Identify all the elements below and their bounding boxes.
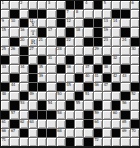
cell-r15c5[interactable] xyxy=(47,138,55,146)
clue-number: 22 xyxy=(66,38,70,42)
black-cell-r7c6 xyxy=(57,65,65,73)
cell-r6c13[interactable] xyxy=(121,56,129,64)
clue-number: 72 xyxy=(94,138,98,142)
black-cell-r7c13 xyxy=(121,65,129,73)
cell-r10c14[interactable]: 52 xyxy=(131,92,139,100)
clue-number: 50 xyxy=(57,92,61,96)
cell-r12c6[interactable]: 58 xyxy=(57,111,65,119)
black-cell-r2c2 xyxy=(20,19,28,27)
clue-number: 69 xyxy=(122,129,126,133)
clue-number: 47 xyxy=(103,83,107,87)
cell-r2c13[interactable] xyxy=(121,19,129,27)
cell-r9c13[interactable] xyxy=(121,83,129,91)
clue-number: 68 xyxy=(57,129,61,133)
black-cell-r10c8 xyxy=(75,92,83,100)
cell-r15c12[interactable] xyxy=(112,138,120,146)
clue-number: 18 xyxy=(76,28,80,32)
black-cell-r13c9 xyxy=(84,120,92,128)
cell-r11c2[interactable]: 53 xyxy=(20,101,28,109)
clue-number: 43 xyxy=(122,74,126,78)
black-cell-r3c7 xyxy=(66,28,74,36)
cell-r6c8[interactable] xyxy=(75,56,83,64)
cell-r6c12[interactable]: 32 xyxy=(112,56,120,64)
cell-r14c13[interactable]: 69 xyxy=(121,129,129,137)
clue-number: 57 xyxy=(11,111,15,115)
cell-r3c12[interactable] xyxy=(112,28,120,36)
black-cell-r1c1 xyxy=(10,10,18,18)
clue-number: 38 xyxy=(103,65,107,69)
cell-r4c5[interactable] xyxy=(47,38,55,46)
cell-r12c12[interactable]: 60 xyxy=(112,111,120,119)
cell-r2c1[interactable]: 10 xyxy=(10,19,18,27)
cell-r1c2[interactable] xyxy=(20,10,28,18)
black-cell-r2c9 xyxy=(84,19,92,27)
black-cell-r1c4 xyxy=(38,10,46,18)
cell-r14c6[interactable]: 68 xyxy=(57,129,65,137)
cell-r12c8[interactable] xyxy=(75,111,83,119)
black-cell-r3c13 xyxy=(121,28,129,36)
cell-r0c13[interactable] xyxy=(121,1,129,9)
cell-r14c3[interactable] xyxy=(29,129,37,137)
cell-r5c10[interactable]: 29 xyxy=(94,47,102,55)
cell-r3c3[interactable]: T xyxy=(29,28,37,36)
cell-r5c13[interactable] xyxy=(121,47,129,55)
cell-r14c7[interactable] xyxy=(66,129,74,137)
cell-r9c7[interactable]: 45 xyxy=(66,83,74,91)
cell-r1c5[interactable] xyxy=(47,10,55,18)
clue-number: 15 xyxy=(2,28,6,32)
clue-number: 40 xyxy=(85,74,89,78)
clue-number: 62 xyxy=(20,120,24,124)
clue-number: 49 xyxy=(29,92,33,96)
cell-r8c9[interactable]: 40 xyxy=(84,74,92,82)
cell-r7c9[interactable]: 37 xyxy=(84,65,92,73)
cell-r1c7[interactable]: 7 xyxy=(66,10,74,18)
cell-r4c8[interactable] xyxy=(75,38,83,46)
clue-number: 51 xyxy=(85,92,89,96)
clue-number: 9 xyxy=(2,19,4,23)
clue-number: 66 xyxy=(2,129,6,133)
clue-number: 13 xyxy=(103,19,107,23)
cell-r7c4[interactable]: 35 xyxy=(38,65,46,73)
cell-r15c4[interactable] xyxy=(38,138,46,146)
cell-r0c14[interactable]: 6 xyxy=(131,1,139,9)
black-cell-r3c4 xyxy=(38,28,46,36)
cell-r2c4[interactable] xyxy=(38,19,46,27)
clue-number: 58 xyxy=(57,111,61,115)
cell-r4c3[interactable]: R xyxy=(29,38,37,46)
cell-r13c11[interactable] xyxy=(103,120,111,128)
black-cell-r0c8 xyxy=(75,1,83,9)
clue-number: 63 xyxy=(29,120,33,124)
clue-number: 17 xyxy=(48,28,52,32)
black-cell-r6c0 xyxy=(1,56,9,64)
cell-r8c7[interactable] xyxy=(66,74,74,82)
cell-r1c11[interactable] xyxy=(103,10,111,18)
cell-r4c12[interactable] xyxy=(112,38,120,46)
clue-number: 71 xyxy=(2,138,6,142)
cell-r14c8[interactable] xyxy=(75,129,83,137)
cell-r8c6[interactable] xyxy=(57,74,65,82)
cell-r15c14[interactable] xyxy=(131,138,139,146)
cell-r7c12[interactable] xyxy=(112,65,120,73)
cell-r11c3[interactable] xyxy=(29,101,37,109)
cell-r0c3[interactable] xyxy=(29,1,37,9)
cell-r11c0[interactable] xyxy=(1,101,9,109)
cell-r2c7[interactable]: 12 xyxy=(66,19,74,27)
clue-number: 10 xyxy=(11,19,15,23)
clue-number: 25 xyxy=(2,47,6,51)
cell-r13c4[interactable] xyxy=(38,120,46,128)
cell-r8c2[interactable] xyxy=(20,74,28,82)
cell-r1c9[interactable] xyxy=(84,10,92,18)
cell-r4c11[interactable]: 23 xyxy=(103,38,111,46)
black-cell-r11c10 xyxy=(94,101,102,109)
cell-r5c14[interactable]: 30 xyxy=(131,47,139,55)
clue-number: 20 xyxy=(20,38,24,42)
clue-number: 42 xyxy=(113,74,117,78)
cell-r9c11[interactable]: 47 xyxy=(103,83,111,91)
cell-r13c12[interactable] xyxy=(112,120,120,128)
black-cell-r12c0 xyxy=(1,111,9,119)
cell-r12c2[interactable] xyxy=(20,111,28,119)
black-cell-r11c7 xyxy=(66,101,74,109)
cell-r10c10[interactable] xyxy=(94,92,102,100)
clue-number: 33 xyxy=(2,65,6,69)
cell-r6c6[interactable] xyxy=(57,56,65,64)
black-cell-r8c8 xyxy=(75,74,83,82)
cell-r4c13[interactable]: 24 xyxy=(121,38,129,46)
cell-r1c14[interactable] xyxy=(131,10,139,18)
black-cell-r11c12 xyxy=(112,101,120,109)
clue-number: 34 xyxy=(20,65,24,69)
cell-r5c3[interactable]: 27 xyxy=(29,47,37,55)
black-cell-r10c2 xyxy=(20,92,28,100)
cell-r7c14[interactable] xyxy=(131,65,139,73)
clue-number: 41 xyxy=(94,74,98,78)
clue-number: 26 xyxy=(11,47,15,51)
black-cell-r6c2 xyxy=(20,56,28,64)
black-cell-r11c4 xyxy=(38,101,46,109)
black-cell-r3c10 xyxy=(94,28,102,36)
cell-r10c3[interactable]: 49 xyxy=(29,92,37,100)
cell-r2c3[interactable]: 11Y xyxy=(29,19,37,27)
cell-r0c9[interactable]: 4 xyxy=(84,1,92,9)
cell-r13c6[interactable] xyxy=(57,120,65,128)
clue-number: 53 xyxy=(20,101,24,105)
cell-r2c14[interactable] xyxy=(131,19,139,27)
cell-r10c1[interactable] xyxy=(10,92,18,100)
entered-letter: Y xyxy=(29,19,37,27)
entered-letter: T xyxy=(29,28,37,36)
black-cell-r12c13 xyxy=(121,111,129,119)
black-cell-r13c7 xyxy=(66,120,74,128)
cell-r13c8[interactable] xyxy=(75,120,83,128)
cell-r3c14[interactable] xyxy=(131,28,139,36)
black-cell-r0c7 xyxy=(66,1,74,9)
clue-number: 44 xyxy=(11,83,15,87)
cell-r9c2[interactable] xyxy=(20,83,28,91)
black-cell-r15c7 xyxy=(66,138,74,146)
black-cell-r4c9 xyxy=(84,38,92,46)
cell-r1c0[interactable] xyxy=(1,10,9,18)
black-cell-r2c10 xyxy=(94,19,102,27)
cell-r15c0[interactable]: 71 xyxy=(1,138,9,146)
cell-r15c10[interactable]: 72 xyxy=(94,138,102,146)
cell-r12c10[interactable]: 59 xyxy=(94,111,102,119)
cell-r5c6[interactable]: 28 xyxy=(57,47,65,55)
cell-r9c10[interactable]: 46 xyxy=(94,83,102,91)
black-cell-r14c2 xyxy=(20,129,28,137)
cell-r3c8[interactable]: 18 xyxy=(75,28,83,36)
clue-number: 4 xyxy=(85,1,87,5)
clue-number: 36 xyxy=(66,65,70,69)
clue-number: 2 xyxy=(20,1,22,5)
clue-number: 30 xyxy=(131,47,135,51)
clue-number: 7 xyxy=(66,10,68,14)
cell-r3c6[interactable] xyxy=(57,28,65,36)
black-cell-r1c6 xyxy=(57,10,65,18)
clue-number: 31 xyxy=(48,56,52,60)
cell-r5c11[interactable] xyxy=(103,47,111,55)
cell-r0c5[interactable]: 3 xyxy=(47,1,55,9)
cell-r14c0[interactable]: 66 xyxy=(1,129,9,137)
cell-r13c13[interactable]: 65 xyxy=(121,120,129,128)
black-cell-r1c13 xyxy=(121,10,129,18)
cell-r10c11[interactable] xyxy=(103,92,111,100)
cell-r4c4[interactable]: 21 xyxy=(38,38,46,46)
black-cell-r8c11 xyxy=(103,74,111,82)
cell-r1c8[interactable]: 8 xyxy=(75,10,83,18)
black-cell-r4c1 xyxy=(10,38,18,46)
cell-r5c5[interactable] xyxy=(47,47,55,55)
cell-r15c1[interactable] xyxy=(10,138,18,146)
cell-r2c0[interactable]: 9 xyxy=(1,19,9,27)
cell-r8c12[interactable]: 42 xyxy=(112,74,120,82)
clue-number: 64 xyxy=(94,120,98,124)
black-cell-r1c12 xyxy=(112,10,120,18)
cell-r9c8[interactable] xyxy=(75,83,83,91)
black-cell-r12c9 xyxy=(84,111,92,119)
black-cell-r1c3 xyxy=(29,10,37,18)
black-cell-r7c3 xyxy=(29,65,37,73)
cell-r7c1[interactable] xyxy=(10,65,18,73)
clue-number: 28 xyxy=(57,47,61,51)
clue-number: 35 xyxy=(39,65,43,69)
black-cell-r13c1 xyxy=(10,120,18,128)
cell-r15c3[interactable] xyxy=(29,138,37,146)
black-cell-r14c12 xyxy=(112,129,120,137)
cell-r11c11[interactable] xyxy=(103,101,111,109)
black-cell-r4c6 xyxy=(57,38,65,46)
cell-r0c4[interactable] xyxy=(38,1,46,9)
cell-r5c12[interactable] xyxy=(112,47,120,55)
black-cell-r6c9 xyxy=(84,56,92,64)
cell-r13c2[interactable]: 62 xyxy=(20,120,28,128)
cell-r12c1[interactable]: 57 xyxy=(10,111,18,119)
cell-r15c6[interactable] xyxy=(57,138,65,146)
cell-r9c5[interactable] xyxy=(47,83,55,91)
cell-r5c9[interactable] xyxy=(84,47,92,55)
cell-r15c8[interactable] xyxy=(75,138,83,146)
cell-r14c1[interactable]: 67 xyxy=(10,129,18,137)
cell-r11c6[interactable] xyxy=(57,101,65,109)
cell-r13c5[interactable] xyxy=(47,120,55,128)
cell-r13c3[interactable]: 63 xyxy=(29,120,37,128)
cell-r12c14[interactable] xyxy=(131,111,139,119)
clue-number: 46 xyxy=(94,83,98,87)
cell-r2c5[interactable] xyxy=(47,19,55,27)
cell-r13c0[interactable]: 61 xyxy=(1,120,9,128)
cell-r14c11[interactable] xyxy=(103,129,111,137)
cell-r9c1[interactable]: 44 xyxy=(10,83,18,91)
black-cell-r9c12 xyxy=(112,83,120,91)
cell-r6c1[interactable] xyxy=(10,56,18,64)
cell-r7c2[interactable]: 34 xyxy=(20,65,28,73)
black-cell-r9c6 xyxy=(57,83,65,91)
clue-number: 27 xyxy=(29,47,33,51)
cell-r0c12[interactable] xyxy=(112,1,120,9)
clue-number: 67 xyxy=(11,129,15,133)
black-cell-r15c9 xyxy=(84,138,92,146)
clue-number: 56 xyxy=(122,101,126,105)
cell-r11c13[interactable]: 56 xyxy=(121,101,129,109)
cell-r4c7[interactable]: 22 xyxy=(66,38,74,46)
black-cell-r9c0 xyxy=(1,83,9,91)
black-cell-r8c1 xyxy=(10,74,18,82)
cell-r6c10[interactable] xyxy=(94,56,102,64)
cell-r0c6[interactable] xyxy=(57,1,65,9)
clue-number: 39 xyxy=(39,74,43,78)
cell-r11c5[interactable]: 54 xyxy=(47,101,55,109)
black-cell-r14c10 xyxy=(94,129,102,137)
cell-r7c8[interactable] xyxy=(75,65,83,73)
cell-r2c8[interactable] xyxy=(75,19,83,27)
black-cell-r6c7 xyxy=(66,56,74,64)
clue-number: 54 xyxy=(48,101,52,105)
black-cell-r9c3 xyxy=(29,83,37,91)
cell-r5c0[interactable]: 25 xyxy=(1,47,9,55)
clue-number: 8 xyxy=(76,10,78,14)
clue-number: 60 xyxy=(113,111,117,115)
cell-r0c1[interactable] xyxy=(10,1,18,9)
cell-r10c6[interactable]: 50 xyxy=(57,92,65,100)
cell-r15c2[interactable] xyxy=(20,138,28,146)
cell-r3c9[interactable] xyxy=(84,28,92,36)
clue-number: 12 xyxy=(66,19,70,23)
cell-r11c14[interactable] xyxy=(131,101,139,109)
black-cell-r10c13 xyxy=(121,92,129,100)
cell-r3c5[interactable]: 17 xyxy=(47,28,55,36)
cell-r8c10[interactable]: 41 xyxy=(94,74,102,82)
cell-r5c4[interactable] xyxy=(38,47,46,55)
cell-r7c5[interactable] xyxy=(47,65,55,73)
cell-r8c4[interactable]: 39 xyxy=(38,74,46,82)
black-cell-r6c11 xyxy=(103,56,111,64)
cell-r8c14[interactable] xyxy=(131,74,139,82)
clue-number: 23 xyxy=(103,38,107,42)
cell-r10c4[interactable] xyxy=(38,92,46,100)
cell-r3c11[interactable]: 19 xyxy=(103,28,111,36)
cell-r5c8[interactable] xyxy=(75,47,83,55)
clue-number: 32 xyxy=(113,56,117,60)
cell-r14c9[interactable] xyxy=(84,129,92,137)
cell-r11c9[interactable] xyxy=(84,101,92,109)
black-cell-r9c4 xyxy=(38,83,46,91)
black-cell-r8c3 xyxy=(29,74,37,82)
clue-number: 70 xyxy=(131,129,135,133)
black-cell-r2c6 xyxy=(57,19,65,27)
black-cell-r6c4 xyxy=(38,56,46,64)
black-cell-r0c10 xyxy=(94,1,102,9)
cell-r7c7[interactable]: 36 xyxy=(66,65,74,73)
cell-r0c0[interactable]: 1 xyxy=(1,1,9,9)
cell-r4c0[interactable] xyxy=(1,38,9,46)
crossword-board: 1234567891011Y1213141516T17181920R212223… xyxy=(0,0,140,148)
cell-r13c10[interactable]: 64 xyxy=(94,120,102,128)
black-cell-r4c10 xyxy=(94,38,102,46)
black-cell-r4c14 xyxy=(131,38,139,46)
cell-r2c11[interactable]: 13 xyxy=(103,19,111,27)
clue-number: 65 xyxy=(122,120,126,124)
black-cell-r12c5 xyxy=(47,111,55,119)
cell-r10c7[interactable] xyxy=(66,92,74,100)
cell-r12c11[interactable] xyxy=(103,111,111,119)
cell-r15c11[interactable] xyxy=(103,138,111,146)
cell-r3c1[interactable] xyxy=(10,28,18,36)
cell-r0c11[interactable]: 5 xyxy=(103,1,111,9)
cell-r15c13[interactable] xyxy=(121,138,129,146)
cell-r8c13[interactable]: 43 xyxy=(121,74,129,82)
cell-r0c2[interactable]: 2 xyxy=(20,1,28,9)
cell-r4c2[interactable]: 20 xyxy=(20,38,28,46)
clue-number: 16 xyxy=(20,28,24,32)
cell-r8c5[interactable] xyxy=(47,74,55,82)
black-cell-r5c2 xyxy=(20,47,28,55)
cell-r2c12[interactable]: 14 xyxy=(112,19,120,27)
cell-r5c7[interactable] xyxy=(66,47,74,55)
cell-r8c0[interactable] xyxy=(1,74,9,82)
black-cell-r12c4 xyxy=(38,111,46,119)
cell-r10c5[interactable] xyxy=(47,92,55,100)
cell-r7c0[interactable]: 33 xyxy=(1,65,9,73)
cell-r12c7[interactable] xyxy=(66,111,74,119)
clue-number: 19 xyxy=(103,28,107,32)
clue-number: 29 xyxy=(94,47,98,51)
black-cell-r9c9 xyxy=(84,83,92,91)
cell-r10c0[interactable]: 48 xyxy=(1,92,9,100)
cell-r6c5[interactable]: 31 xyxy=(47,56,55,64)
cell-r11c8[interactable]: 55 xyxy=(75,101,83,109)
cell-r6c14[interactable] xyxy=(131,56,139,64)
cell-r3c2[interactable]: 16 xyxy=(20,28,28,36)
clue-number: 48 xyxy=(2,92,6,96)
entered-letter: R xyxy=(29,38,37,46)
black-cell-r14c5 xyxy=(47,129,55,137)
cell-r6c3[interactable] xyxy=(29,56,37,64)
black-cell-r9c14 xyxy=(131,83,139,91)
clue-number: 21 xyxy=(39,38,43,42)
black-cell-r7c10 xyxy=(94,65,102,73)
cell-r5c1[interactable]: 26 xyxy=(10,47,18,55)
cell-r1c10[interactable] xyxy=(94,10,102,18)
cell-r3c0[interactable]: 15 xyxy=(1,28,9,36)
cell-r7c11[interactable]: 38 xyxy=(103,65,111,73)
cell-r10c9[interactable]: 51 xyxy=(84,92,92,100)
clue-number: 6 xyxy=(131,1,133,5)
cell-r14c14[interactable]: 70 xyxy=(131,129,139,137)
cell-r10c12[interactable] xyxy=(112,92,120,100)
